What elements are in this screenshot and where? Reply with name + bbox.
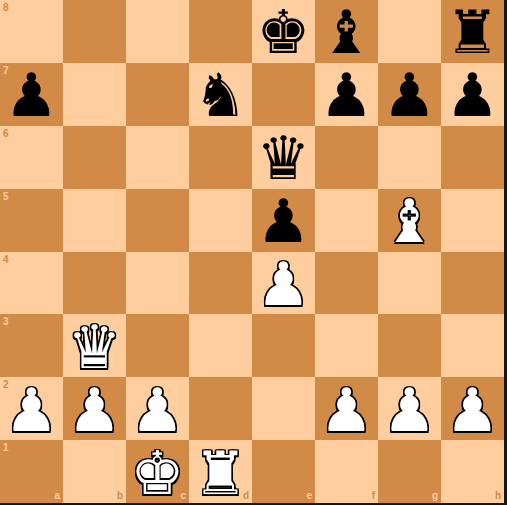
square-a4[interactable]: 4 bbox=[0, 252, 63, 315]
square-e2[interactable] bbox=[252, 377, 315, 440]
square-b8[interactable] bbox=[63, 0, 126, 63]
square-g3[interactable] bbox=[378, 314, 441, 377]
square-c4[interactable] bbox=[126, 252, 189, 315]
rank-label-1: 1 bbox=[3, 443, 9, 453]
square-f6[interactable] bbox=[315, 126, 378, 189]
white-pawn-e4[interactable]: ♟ bbox=[257, 254, 311, 314]
rank-label-3: 3 bbox=[3, 317, 9, 327]
white-bishop-g5[interactable]: ♝ bbox=[383, 191, 437, 251]
file-label-a: a bbox=[54, 491, 60, 501]
white-pawn-f2[interactable]: ♟ bbox=[320, 380, 374, 440]
rank-label-6: 6 bbox=[3, 129, 9, 139]
square-h6[interactable] bbox=[441, 126, 504, 189]
square-g8[interactable] bbox=[378, 0, 441, 63]
square-a1[interactable]: 1a bbox=[0, 440, 63, 503]
white-pawn-g2[interactable]: ♟ bbox=[383, 380, 437, 440]
file-label-g: g bbox=[432, 491, 438, 501]
square-b7[interactable] bbox=[63, 63, 126, 126]
square-e8[interactable]: ♚ bbox=[252, 0, 315, 63]
white-pawn-a2[interactable]: ♟ bbox=[5, 380, 59, 440]
square-a5[interactable]: 5 bbox=[0, 189, 63, 252]
square-d1[interactable]: d♜ bbox=[189, 440, 252, 503]
black-bishop-f8[interactable]: ♝ bbox=[320, 2, 374, 62]
white-pawn-b2[interactable]: ♟ bbox=[68, 380, 122, 440]
square-c5[interactable] bbox=[126, 189, 189, 252]
square-f2[interactable]: ♟ bbox=[315, 377, 378, 440]
black-queen-e6[interactable]: ♛ bbox=[257, 128, 311, 188]
square-c8[interactable] bbox=[126, 0, 189, 63]
rank-label-4: 4 bbox=[3, 255, 9, 265]
square-g5[interactable]: ♝ bbox=[378, 189, 441, 252]
square-f7[interactable]: ♟ bbox=[315, 63, 378, 126]
square-h7[interactable]: ♟ bbox=[441, 63, 504, 126]
file-label-b: b bbox=[117, 491, 123, 501]
square-e1[interactable]: e bbox=[252, 440, 315, 503]
square-h5[interactable] bbox=[441, 189, 504, 252]
square-h4[interactable] bbox=[441, 252, 504, 315]
square-b3[interactable]: ♛ bbox=[63, 314, 126, 377]
square-a2[interactable]: 2♟ bbox=[0, 377, 63, 440]
square-a7[interactable]: 7♟ bbox=[0, 63, 63, 126]
square-d2[interactable] bbox=[189, 377, 252, 440]
square-h3[interactable] bbox=[441, 314, 504, 377]
square-h1[interactable]: h bbox=[441, 440, 504, 503]
rank-label-8: 8 bbox=[3, 3, 9, 13]
black-knight-d7[interactable]: ♞ bbox=[194, 65, 248, 125]
square-e6[interactable]: ♛ bbox=[252, 126, 315, 189]
square-b6[interactable] bbox=[63, 126, 126, 189]
square-d6[interactable] bbox=[189, 126, 252, 189]
square-d8[interactable] bbox=[189, 0, 252, 63]
square-e3[interactable] bbox=[252, 314, 315, 377]
square-d5[interactable] bbox=[189, 189, 252, 252]
square-g1[interactable]: g bbox=[378, 440, 441, 503]
square-h2[interactable]: ♟ bbox=[441, 377, 504, 440]
square-h8[interactable]: ♜ bbox=[441, 0, 504, 63]
black-pawn-f7[interactable]: ♟ bbox=[320, 65, 374, 125]
square-b1[interactable]: b bbox=[63, 440, 126, 503]
white-rook-d1[interactable]: ♜ bbox=[194, 443, 248, 503]
square-c3[interactable] bbox=[126, 314, 189, 377]
square-g6[interactable] bbox=[378, 126, 441, 189]
square-a3[interactable]: 3 bbox=[0, 314, 63, 377]
square-e4[interactable]: ♟ bbox=[252, 252, 315, 315]
rank-label-5: 5 bbox=[3, 192, 9, 202]
square-c6[interactable] bbox=[126, 126, 189, 189]
square-b2[interactable]: ♟ bbox=[63, 377, 126, 440]
square-c1[interactable]: c♚ bbox=[126, 440, 189, 503]
square-a6[interactable]: 6 bbox=[0, 126, 63, 189]
square-g2[interactable]: ♟ bbox=[378, 377, 441, 440]
black-pawn-h7[interactable]: ♟ bbox=[446, 65, 500, 125]
square-c2[interactable]: ♟ bbox=[126, 377, 189, 440]
square-b5[interactable] bbox=[63, 189, 126, 252]
black-king-e8[interactable]: ♚ bbox=[257, 2, 311, 62]
square-d4[interactable] bbox=[189, 252, 252, 315]
square-f8[interactable]: ♝ bbox=[315, 0, 378, 63]
square-a8[interactable]: 8 bbox=[0, 0, 63, 63]
file-label-f: f bbox=[372, 491, 375, 501]
square-g4[interactable] bbox=[378, 252, 441, 315]
white-queen-b3[interactable]: ♛ bbox=[68, 317, 122, 377]
white-pawn-h2[interactable]: ♟ bbox=[446, 380, 500, 440]
chess-board: 8♚♝♜7♟♞♟♟♟6♛5♟♝4♟3♛2♟♟♟♟♟♟1abc♚d♜efgh bbox=[0, 0, 504, 503]
square-g7[interactable]: ♟ bbox=[378, 63, 441, 126]
square-e5[interactable]: ♟ bbox=[252, 189, 315, 252]
square-f1[interactable]: f bbox=[315, 440, 378, 503]
square-c7[interactable] bbox=[126, 63, 189, 126]
square-d3[interactable] bbox=[189, 314, 252, 377]
square-f4[interactable] bbox=[315, 252, 378, 315]
square-b4[interactable] bbox=[63, 252, 126, 315]
black-pawn-g7[interactable]: ♟ bbox=[383, 65, 437, 125]
black-pawn-e5[interactable]: ♟ bbox=[257, 191, 311, 251]
file-label-e: e bbox=[306, 491, 312, 501]
black-pawn-a7[interactable]: ♟ bbox=[5, 65, 59, 125]
square-d7[interactable]: ♞ bbox=[189, 63, 252, 126]
square-f3[interactable] bbox=[315, 314, 378, 377]
white-king-c1[interactable]: ♚ bbox=[131, 443, 185, 503]
file-label-h: h bbox=[495, 491, 501, 501]
black-rook-h8[interactable]: ♜ bbox=[446, 2, 500, 62]
white-pawn-c2[interactable]: ♟ bbox=[131, 380, 185, 440]
square-e7[interactable] bbox=[252, 63, 315, 126]
square-f5[interactable] bbox=[315, 189, 378, 252]
